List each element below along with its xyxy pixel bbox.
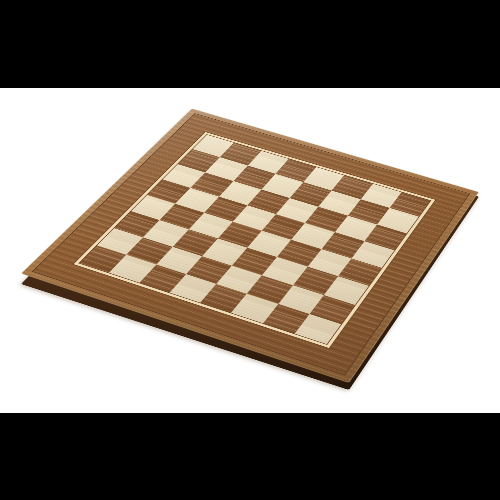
letterbox-bar-top bbox=[0, 0, 500, 88]
product-photo-stage bbox=[0, 0, 500, 500]
letterbox-bar-bottom bbox=[0, 413, 500, 500]
